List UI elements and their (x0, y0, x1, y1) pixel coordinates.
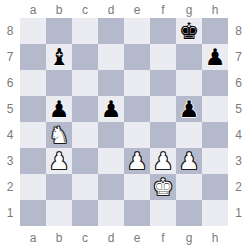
square-e5[interactable] (124, 96, 150, 122)
rank-label-7: 7 (228, 44, 249, 70)
square-h7[interactable]: ♟ (202, 44, 228, 70)
square-g5[interactable]: ♟ (176, 96, 202, 122)
file-label-g: g (176, 226, 202, 251)
square-g6[interactable] (176, 70, 202, 96)
square-a8[interactable] (20, 18, 46, 44)
square-f4[interactable] (150, 122, 176, 148)
square-b5[interactable]: ♟ (46, 96, 72, 122)
square-e8[interactable] (124, 18, 150, 44)
square-a1[interactable] (20, 200, 46, 226)
rank-label-2: 2 (228, 174, 249, 200)
square-e7[interactable] (124, 44, 150, 70)
square-g2[interactable] (176, 174, 202, 200)
white-pawn[interactable]: ♟ (127, 148, 148, 174)
square-d8[interactable] (98, 18, 124, 44)
square-b1[interactable] (46, 200, 72, 226)
file-label-f: f (150, 226, 176, 251)
square-a3[interactable] (20, 148, 46, 174)
square-h8[interactable] (202, 18, 228, 44)
square-c1[interactable] (72, 200, 98, 226)
square-e2[interactable] (124, 174, 150, 200)
square-f8[interactable] (150, 18, 176, 44)
square-b7[interactable]: ♝ (46, 44, 72, 70)
file-label-d: d (98, 226, 124, 251)
rank-label-4: 4 (228, 122, 249, 148)
square-b4[interactable]: ♞ (46, 122, 72, 148)
file-label-b: b (46, 226, 72, 251)
rank-label-5: 5 (0, 96, 20, 122)
square-d1[interactable] (98, 200, 124, 226)
square-d3[interactable] (98, 148, 124, 174)
rank-label-4: 4 (0, 122, 20, 148)
file-labels-top: abcdefgh (20, 0, 228, 18)
square-a4[interactable] (20, 122, 46, 148)
square-a6[interactable] (20, 70, 46, 96)
white-pawn[interactable]: ♟ (179, 148, 200, 174)
black-pawn[interactable]: ♟ (205, 44, 226, 70)
rank-labels-right: 87654321 (228, 18, 249, 226)
square-g8[interactable]: ♚ (176, 18, 202, 44)
chess-diagram: abcdefgh 87654321 ♚♝♟♟♟♟♞♟♟♟♟♚ 87654321 … (0, 0, 249, 251)
file-labels-bottom: abcdefgh (20, 226, 228, 251)
square-b2[interactable] (46, 174, 72, 200)
square-d5[interactable]: ♟ (98, 96, 124, 122)
square-g7[interactable] (176, 44, 202, 70)
square-e3[interactable]: ♟ (124, 148, 150, 174)
file-label-a: a (20, 226, 46, 251)
square-c6[interactable] (72, 70, 98, 96)
square-d7[interactable] (98, 44, 124, 70)
white-knight[interactable]: ♞ (49, 122, 70, 148)
rank-label-3: 3 (0, 148, 20, 174)
square-h4[interactable] (202, 122, 228, 148)
square-a7[interactable] (20, 44, 46, 70)
square-d2[interactable] (98, 174, 124, 200)
chess-board: ♚♝♟♟♟♟♞♟♟♟♟♚ (20, 18, 228, 226)
square-b3[interactable]: ♟ (46, 148, 72, 174)
square-d6[interactable] (98, 70, 124, 96)
square-c5[interactable] (72, 96, 98, 122)
square-b8[interactable] (46, 18, 72, 44)
rank-labels-left: 87654321 (0, 18, 20, 226)
square-b6[interactable] (46, 70, 72, 96)
black-pawn[interactable]: ♟ (101, 96, 122, 122)
rank-label-2: 2 (0, 174, 20, 200)
file-label-c: c (72, 226, 98, 251)
square-f3[interactable]: ♟ (150, 148, 176, 174)
black-bishop[interactable]: ♝ (49, 44, 70, 70)
square-e6[interactable] (124, 70, 150, 96)
file-label-d: d (98, 0, 124, 18)
file-label-f: f (150, 0, 176, 18)
rank-label-8: 8 (0, 18, 20, 44)
square-h5[interactable] (202, 96, 228, 122)
square-c7[interactable] (72, 44, 98, 70)
file-label-h: h (202, 0, 228, 18)
square-g1[interactable] (176, 200, 202, 226)
square-g4[interactable] (176, 122, 202, 148)
square-f1[interactable] (150, 200, 176, 226)
square-c4[interactable] (72, 122, 98, 148)
square-f5[interactable] (150, 96, 176, 122)
square-f2[interactable]: ♚ (150, 174, 176, 200)
file-label-e: e (124, 0, 150, 18)
square-h6[interactable] (202, 70, 228, 96)
white-king[interactable]: ♚ (153, 174, 174, 200)
rank-label-8: 8 (228, 18, 249, 44)
white-pawn[interactable]: ♟ (49, 148, 70, 174)
file-label-a: a (20, 0, 46, 18)
rank-label-1: 1 (0, 200, 20, 226)
square-h2[interactable] (202, 174, 228, 200)
square-f7[interactable] (150, 44, 176, 70)
rank-label-6: 6 (0, 70, 20, 96)
rank-label-1: 1 (228, 200, 249, 226)
square-e1[interactable] (124, 200, 150, 226)
square-a5[interactable] (20, 96, 46, 122)
square-f6[interactable] (150, 70, 176, 96)
file-label-c: c (72, 0, 98, 18)
black-pawn[interactable]: ♟ (179, 96, 200, 122)
rank-label-5: 5 (228, 96, 249, 122)
rank-label-6: 6 (228, 70, 249, 96)
rank-label-7: 7 (0, 44, 20, 70)
file-label-b: b (46, 0, 72, 18)
square-a2[interactable] (20, 174, 46, 200)
file-label-g: g (176, 0, 202, 18)
square-c3[interactable] (72, 148, 98, 174)
file-label-e: e (124, 226, 150, 251)
file-label-h: h (202, 226, 228, 251)
square-c8[interactable] (72, 18, 98, 44)
square-c2[interactable] (72, 174, 98, 200)
square-d4[interactable] (98, 122, 124, 148)
square-h1[interactable] (202, 200, 228, 226)
black-king[interactable]: ♚ (179, 18, 200, 44)
square-e4[interactable] (124, 122, 150, 148)
square-h3[interactable] (202, 148, 228, 174)
square-g3[interactable]: ♟ (176, 148, 202, 174)
rank-label-3: 3 (228, 148, 249, 174)
white-pawn[interactable]: ♟ (153, 148, 174, 174)
black-pawn[interactable]: ♟ (49, 96, 70, 122)
